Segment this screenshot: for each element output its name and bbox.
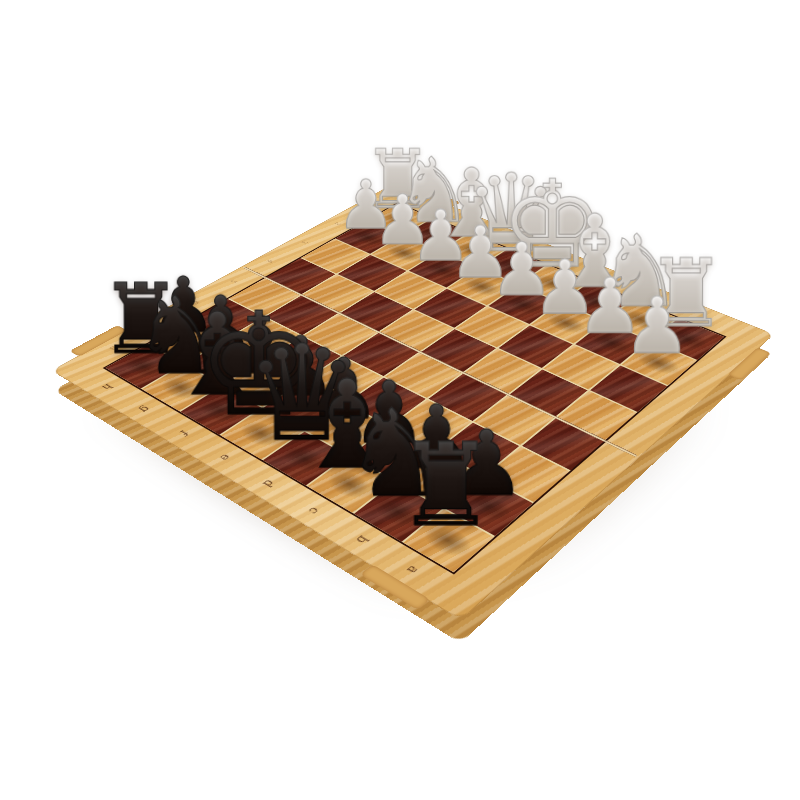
- rank-label-3: 3: [300, 240, 310, 245]
- board-grid: ♜♞♝♛♚♝♞♜♟♟♟♟♟♟♟♟♟♟♟♟♟♟♟♟♜♞♝♚♛♝♞♜: [103, 203, 727, 575]
- file-label-a: a: [403, 564, 422, 577]
- chessboard: ♜♞♝♛♚♝♞♜♟♟♟♟♟♟♟♟♟♟♟♟♟♟♟♟♜♞♝♚♛♝♞♜ hgfedcb…: [51, 183, 774, 620]
- rank-label-4: 4: [265, 259, 276, 264]
- square-a8: ♜: [403, 510, 493, 573]
- piece-black-rook: ♜: [360, 428, 533, 542]
- page-background: { "game": "chess", "scene": { "type": "f…: [0, 0, 800, 800]
- piece-white-pawn: ♟: [585, 287, 730, 365]
